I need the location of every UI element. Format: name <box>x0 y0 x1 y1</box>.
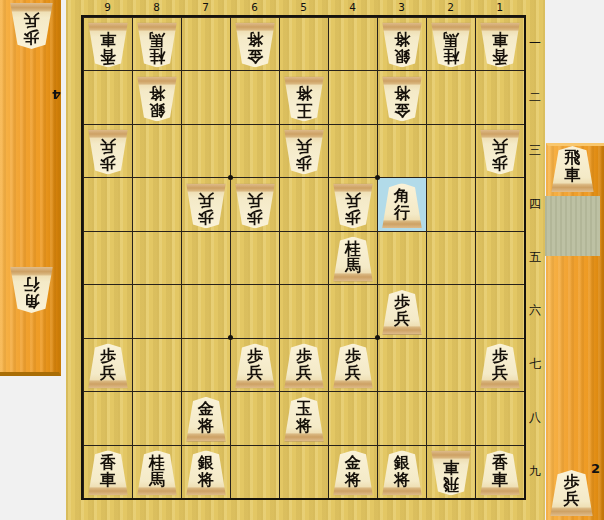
piece-label: 桂馬 <box>149 23 165 68</box>
hand-piece-pawn-gote-label: 歩兵 <box>24 3 40 49</box>
square-6-7[interactable]: 歩兵 <box>230 338 279 391</box>
square-1-3[interactable]: 歩兵 <box>475 124 524 177</box>
piece-label: 銀将 <box>198 450 214 495</box>
square-5-5[interactable] <box>279 231 328 284</box>
piece-gold-gote[interactable]: 金将 <box>381 76 423 121</box>
square-6-3[interactable] <box>230 124 279 177</box>
square-7-3[interactable] <box>181 124 230 177</box>
piece-label: 歩兵 <box>394 290 410 335</box>
square-6-6[interactable] <box>230 284 279 337</box>
square-8-9[interactable]: 桂馬 <box>132 445 181 498</box>
piece-knight-sente[interactable]: 桂馬 <box>136 450 178 495</box>
file-label-1: 1 <box>475 0 524 15</box>
square-6-2[interactable] <box>230 70 279 123</box>
piece-silver-gote[interactable]: 銀将 <box>381 23 423 68</box>
hand-piece-rook-sente-label: 飛車 <box>565 146 581 192</box>
piece-gold-gote[interactable]: 金将 <box>234 23 276 68</box>
piece-pawn-sente[interactable]: 歩兵 <box>234 343 276 388</box>
file-labels: 987654321 <box>83 0 524 15</box>
rank-label-2: 二 <box>526 70 544 123</box>
hand-piece-bishop-gote-label: 角行 <box>24 267 40 313</box>
square-1-1[interactable]: 香車 <box>475 17 524 70</box>
piece-pawn-gote[interactable]: 歩兵 <box>283 130 325 175</box>
square-8-6[interactable] <box>132 284 181 337</box>
piece-label: 銀将 <box>394 23 410 68</box>
piece-silver-sente[interactable]: 銀将 <box>185 450 227 495</box>
piece-silver-sente[interactable]: 銀将 <box>381 450 423 495</box>
square-4-9[interactable]: 金将 <box>328 445 377 498</box>
piece-label: 香車 <box>492 23 508 68</box>
file-label-6: 6 <box>230 0 279 15</box>
rank-label-6: 六 <box>526 284 544 337</box>
piece-pawn-sente[interactable]: 歩兵 <box>332 343 374 388</box>
square-2-8[interactable] <box>426 391 475 444</box>
board-frame: 香車桂馬金将銀将桂馬香車銀将王将金将歩兵歩兵歩兵歩兵歩兵歩兵角行桂馬歩兵歩兵歩兵… <box>81 15 526 500</box>
piece-lance-sente[interactable]: 香車 <box>87 450 129 495</box>
square-4-6[interactable] <box>328 284 377 337</box>
piece-pawn-sente[interactable]: 歩兵 <box>87 343 129 388</box>
square-7-8[interactable]: 金将 <box>181 391 230 444</box>
file-label-2: 2 <box>426 0 475 15</box>
piece-label: 歩兵 <box>247 343 263 388</box>
square-4-5[interactable]: 桂馬 <box>328 231 377 284</box>
square-3-5[interactable] <box>377 231 426 284</box>
piece-lance-gote[interactable]: 香車 <box>87 23 129 68</box>
komadai-gote <box>0 0 61 376</box>
piece-label: 飛車 <box>443 450 459 495</box>
hand-piece-pawn-sente-label: 歩兵 <box>564 470 580 516</box>
rank-label-5: 五 <box>526 231 544 284</box>
square-4-8[interactable] <box>328 391 377 444</box>
square-4-4[interactable]: 歩兵 <box>328 177 377 230</box>
square-4-2[interactable] <box>328 70 377 123</box>
file-label-4: 4 <box>328 0 377 15</box>
piece-label: 銀将 <box>149 76 165 121</box>
square-3-2[interactable]: 金将 <box>377 70 426 123</box>
square-1-6[interactable] <box>475 284 524 337</box>
square-7-6[interactable] <box>181 284 230 337</box>
square-3-3[interactable] <box>377 124 426 177</box>
square-3-6[interactable]: 歩兵 <box>377 284 426 337</box>
piece-knight-gote[interactable]: 桂馬 <box>136 23 178 68</box>
rank-label-8: 八 <box>526 391 544 444</box>
square-2-5[interactable] <box>426 231 475 284</box>
square-5-1[interactable] <box>279 17 328 70</box>
square-2-7[interactable] <box>426 338 475 391</box>
square-4-3[interactable] <box>328 124 377 177</box>
piece-label: 桂馬 <box>443 23 459 68</box>
piece-king-gote[interactable]: 王将 <box>283 76 325 121</box>
piece-label: 歩兵 <box>492 130 508 175</box>
piece-label: 歩兵 <box>296 343 312 388</box>
piece-knight-gote[interactable]: 桂馬 <box>430 23 472 68</box>
square-2-3[interactable] <box>426 124 475 177</box>
square-8-1[interactable]: 桂馬 <box>132 17 181 70</box>
piece-label: 香車 <box>100 23 116 68</box>
hand-count-pawn-sente: 2 <box>591 461 600 476</box>
square-8-2[interactable]: 銀将 <box>132 70 181 123</box>
square-1-8[interactable] <box>475 391 524 444</box>
piece-label: 王将 <box>296 76 312 121</box>
piece-knight-sente[interactable]: 桂馬 <box>332 237 374 282</box>
empty-hand-slot <box>545 196 600 256</box>
rank-label-4: 四 <box>526 177 544 230</box>
square-5-7[interactable]: 歩兵 <box>279 338 328 391</box>
piece-bishop-sente[interactable]: 角行 <box>381 183 423 228</box>
hand-count-pawn-gote: 4 <box>52 87 61 102</box>
square-7-2[interactable] <box>181 70 230 123</box>
piece-pawn-gote[interactable]: 歩兵 <box>234 183 276 228</box>
piece-pawn-sente[interactable]: 歩兵 <box>479 343 521 388</box>
rank-label-9: 九 <box>526 445 544 498</box>
piece-label: 歩兵 <box>345 343 361 388</box>
square-5-9[interactable] <box>279 445 328 498</box>
square-8-5[interactable] <box>132 231 181 284</box>
piece-pawn-gote[interactable]: 歩兵 <box>87 130 129 175</box>
square-7-4[interactable]: 歩兵 <box>181 177 230 230</box>
piece-label: 角行 <box>394 183 410 228</box>
piece-label: 玉将 <box>296 397 312 442</box>
square-1-4[interactable] <box>475 177 524 230</box>
square-4-7[interactable]: 歩兵 <box>328 338 377 391</box>
file-label-9: 9 <box>83 0 132 15</box>
piece-label: 香車 <box>100 450 116 495</box>
square-4-1[interactable] <box>328 17 377 70</box>
square-9-2[interactable] <box>83 70 132 123</box>
square-5-2[interactable]: 王将 <box>279 70 328 123</box>
square-2-4[interactable] <box>426 177 475 230</box>
square-1-7[interactable]: 歩兵 <box>475 338 524 391</box>
piece-label: 金将 <box>247 23 263 68</box>
square-2-1[interactable]: 桂馬 <box>426 17 475 70</box>
piece-gold-sente[interactable]: 金将 <box>332 450 374 495</box>
file-label-8: 8 <box>132 0 181 15</box>
square-6-4[interactable]: 歩兵 <box>230 177 279 230</box>
piece-label: 歩兵 <box>100 130 116 175</box>
square-3-9[interactable]: 銀将 <box>377 445 426 498</box>
piece-label: 金将 <box>345 450 361 495</box>
square-9-3[interactable]: 歩兵 <box>83 124 132 177</box>
rank-label-7: 七 <box>526 338 544 391</box>
square-5-6[interactable] <box>279 284 328 337</box>
piece-label: 歩兵 <box>296 130 312 175</box>
square-3-7[interactable] <box>377 338 426 391</box>
board-grid: 香車桂馬金将銀将桂馬香車銀将王将金将歩兵歩兵歩兵歩兵歩兵歩兵角行桂馬歩兵歩兵歩兵… <box>83 17 524 498</box>
square-9-7[interactable]: 歩兵 <box>83 338 132 391</box>
piece-label: 歩兵 <box>198 183 214 228</box>
square-5-4[interactable] <box>279 177 328 230</box>
piece-label: 金将 <box>394 76 410 121</box>
piece-silver-gote[interactable]: 銀将 <box>136 76 178 121</box>
square-9-8[interactable] <box>83 391 132 444</box>
piece-label: 歩兵 <box>100 343 116 388</box>
square-7-7[interactable] <box>181 338 230 391</box>
square-8-3[interactable] <box>132 124 181 177</box>
piece-label: 歩兵 <box>492 343 508 388</box>
square-9-4[interactable] <box>83 177 132 230</box>
square-7-9[interactable]: 銀将 <box>181 445 230 498</box>
piece-lance-gote[interactable]: 香車 <box>479 23 521 68</box>
square-3-8[interactable] <box>377 391 426 444</box>
piece-label: 金将 <box>198 397 214 442</box>
piece-label: 桂馬 <box>345 237 361 282</box>
file-label-3: 3 <box>377 0 426 15</box>
piece-lance-sente[interactable]: 香車 <box>479 450 521 495</box>
rank-labels: 一二三四五六七八九 <box>526 17 544 498</box>
piece-label: 桂馬 <box>149 450 165 495</box>
star-point <box>375 175 380 180</box>
square-2-6[interactable] <box>426 284 475 337</box>
square-6-1[interactable]: 金将 <box>230 17 279 70</box>
square-8-8[interactable] <box>132 391 181 444</box>
rank-label-3: 三 <box>526 124 544 177</box>
square-7-1[interactable] <box>181 17 230 70</box>
square-1-9[interactable]: 香車 <box>475 445 524 498</box>
square-5-3[interactable]: 歩兵 <box>279 124 328 177</box>
square-8-4[interactable] <box>132 177 181 230</box>
square-1-5[interactable] <box>475 231 524 284</box>
piece-gold-sente[interactable]: 金将 <box>185 397 227 442</box>
square-6-5[interactable] <box>230 231 279 284</box>
piece-pawn-gote[interactable]: 歩兵 <box>185 183 227 228</box>
square-2-2[interactable] <box>426 70 475 123</box>
star-point <box>228 175 233 180</box>
square-2-9[interactable]: 飛車 <box>426 445 475 498</box>
file-label-5: 5 <box>279 0 328 15</box>
square-8-7[interactable] <box>132 338 181 391</box>
piece-pawn-sente[interactable]: 歩兵 <box>283 343 325 388</box>
square-7-5[interactable] <box>181 231 230 284</box>
square-6-9[interactable] <box>230 445 279 498</box>
shogi-app: 987654321 一二三四五六七八九 香車桂馬金将銀将桂馬香車銀将王将金将歩兵… <box>0 0 604 520</box>
square-3-4[interactable]: 角行 <box>377 177 426 230</box>
piece-pawn-sente[interactable]: 歩兵 <box>381 290 423 335</box>
square-9-9[interactable]: 香車 <box>83 445 132 498</box>
piece-label: 歩兵 <box>345 183 361 228</box>
piece-rook-gote[interactable]: 飛車 <box>430 450 472 495</box>
piece-pawn-gote[interactable]: 歩兵 <box>332 183 374 228</box>
piece-label: 歩兵 <box>247 183 263 228</box>
piece-pawn-gote[interactable]: 歩兵 <box>479 130 521 175</box>
square-9-5[interactable] <box>83 231 132 284</box>
file-label-7: 7 <box>181 0 230 15</box>
square-9-1[interactable]: 香車 <box>83 17 132 70</box>
square-6-8[interactable] <box>230 391 279 444</box>
rank-label-1: 一 <box>526 17 544 70</box>
square-5-8[interactable]: 玉将 <box>279 391 328 444</box>
piece-label: 銀将 <box>394 450 410 495</box>
star-point <box>228 335 233 340</box>
square-3-1[interactable]: 銀将 <box>377 17 426 70</box>
piece-label: 香車 <box>492 450 508 495</box>
square-1-2[interactable] <box>475 70 524 123</box>
star-point <box>375 335 380 340</box>
piece-king-sente[interactable]: 玉将 <box>283 397 325 442</box>
square-9-6[interactable] <box>83 284 132 337</box>
